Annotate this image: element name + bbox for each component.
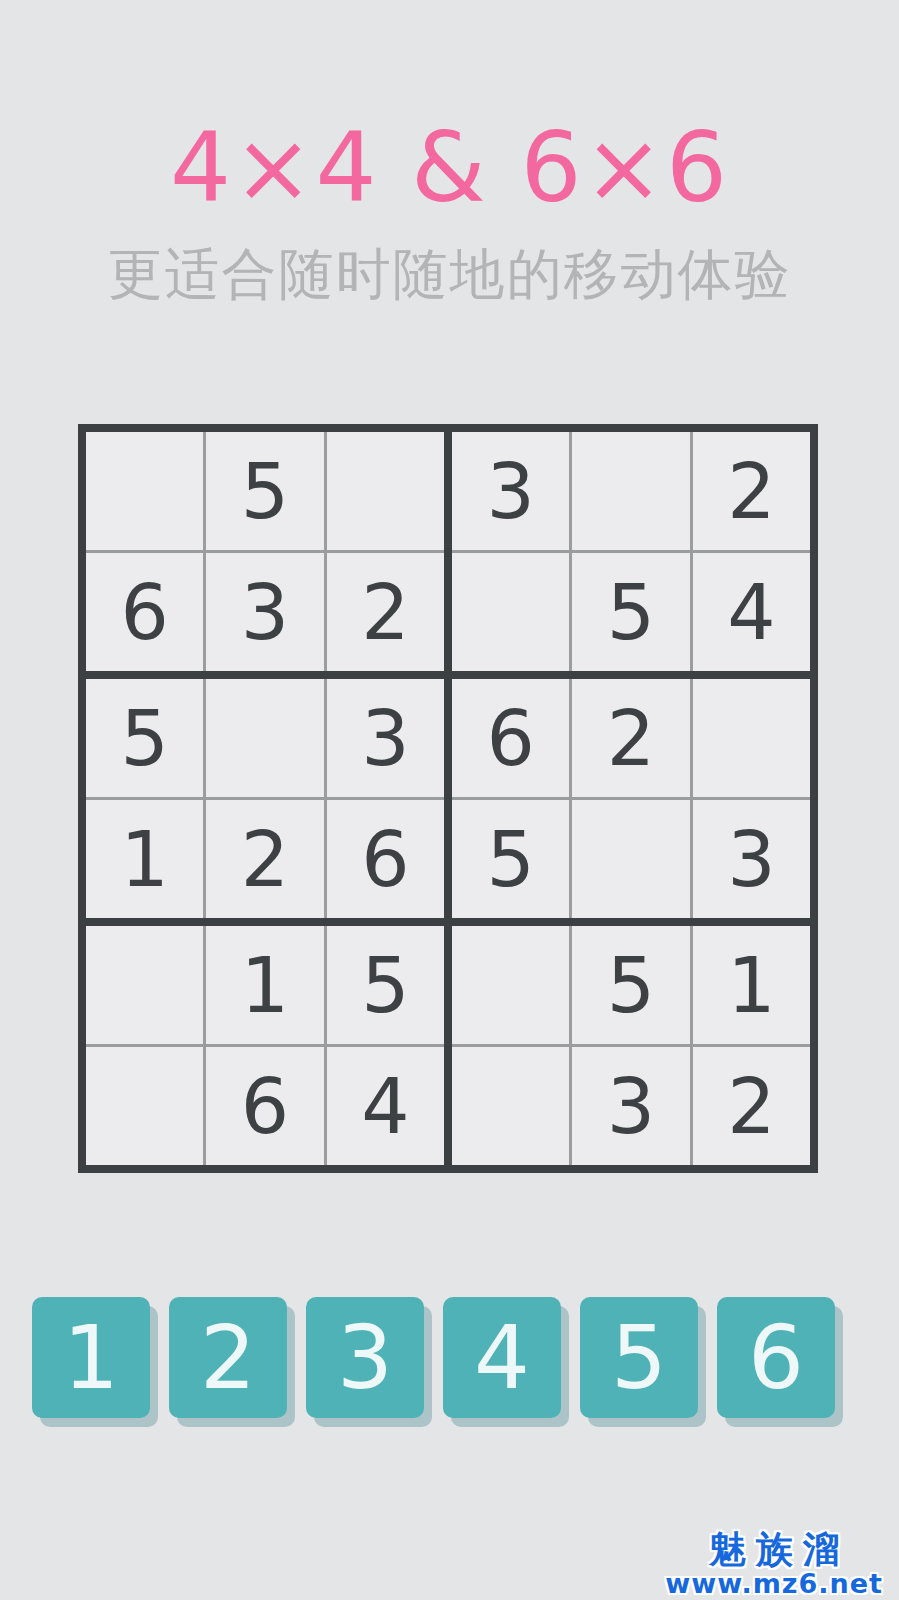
sudoku-cell[interactable]: 5: [572, 553, 689, 671]
number-pad: 123456: [32, 1297, 867, 1418]
page-subtitle: 更适合随时随地的移动体验: [0, 238, 899, 312]
sudoku-cell[interactable]: 6: [452, 679, 569, 797]
sudoku-cell[interactable]: 5: [327, 926, 444, 1044]
sudoku-cell[interactable]: 3: [327, 679, 444, 797]
sudoku-cell[interactable]: 2: [206, 800, 323, 918]
sudoku-box: 5632: [86, 432, 444, 671]
sudoku-cell[interactable]: [206, 679, 323, 797]
sudoku-cell[interactable]: [86, 432, 203, 550]
sudoku-cell[interactable]: [572, 800, 689, 918]
sudoku-cell[interactable]: [693, 679, 810, 797]
sudoku-cell[interactable]: 2: [572, 679, 689, 797]
numpad-button-2[interactable]: 2: [169, 1297, 287, 1418]
sudoku-cell[interactable]: 2: [327, 553, 444, 671]
sudoku-cell[interactable]: [572, 432, 689, 550]
sudoku-box: 53126: [86, 679, 444, 918]
watermark: 魅族溜 www.mz6.net: [665, 1531, 883, 1598]
sudoku-cell[interactable]: 2: [693, 1047, 810, 1165]
sudoku-cell[interactable]: 5: [452, 800, 569, 918]
sudoku-box: 1564: [86, 926, 444, 1165]
sudoku-cell[interactable]: 3: [572, 1047, 689, 1165]
sudoku-cell[interactable]: 4: [327, 1047, 444, 1165]
sudoku-cell[interactable]: 6: [206, 1047, 323, 1165]
sudoku-board: 5632325453126625315645132: [78, 424, 818, 1173]
sudoku-cell[interactable]: 5: [86, 679, 203, 797]
numpad-button-4[interactable]: 4: [443, 1297, 561, 1418]
sudoku-cell[interactable]: [452, 926, 569, 1044]
sudoku-cell[interactable]: 1: [206, 926, 323, 1044]
sudoku-box: 3254: [452, 432, 810, 671]
numpad-button-1[interactable]: 1: [32, 1297, 150, 1418]
sudoku-cell[interactable]: 1: [693, 926, 810, 1044]
sudoku-cell[interactable]: 6: [86, 553, 203, 671]
sudoku-cell[interactable]: 4: [693, 553, 810, 671]
sudoku-box: 6253: [452, 679, 810, 918]
sudoku-cell[interactable]: [86, 1047, 203, 1165]
sudoku-cell[interactable]: 5: [206, 432, 323, 550]
sudoku-cell[interactable]: [452, 1047, 569, 1165]
watermark-site-name: 魅族溜: [665, 1531, 893, 1570]
sudoku-cell[interactable]: 5: [572, 926, 689, 1044]
sudoku-cell[interactable]: 3: [206, 553, 323, 671]
numpad-button-5[interactable]: 5: [580, 1297, 698, 1418]
sudoku-cell[interactable]: [327, 432, 444, 550]
numpad-button-6[interactable]: 6: [717, 1297, 835, 1418]
numpad-button-3[interactable]: 3: [306, 1297, 424, 1418]
sudoku-cell[interactable]: [86, 926, 203, 1044]
sudoku-cell[interactable]: 3: [693, 800, 810, 918]
page-title: 4×4 & 6×6: [0, 112, 899, 224]
sudoku-cell[interactable]: 1: [86, 800, 203, 918]
sudoku-cell[interactable]: 2: [693, 432, 810, 550]
watermark-site-url: www.mz6.net: [665, 1570, 883, 1598]
sudoku-cell[interactable]: [452, 553, 569, 671]
sudoku-cell[interactable]: 3: [452, 432, 569, 550]
sudoku-box: 5132: [452, 926, 810, 1165]
sudoku-cell[interactable]: 6: [327, 800, 444, 918]
